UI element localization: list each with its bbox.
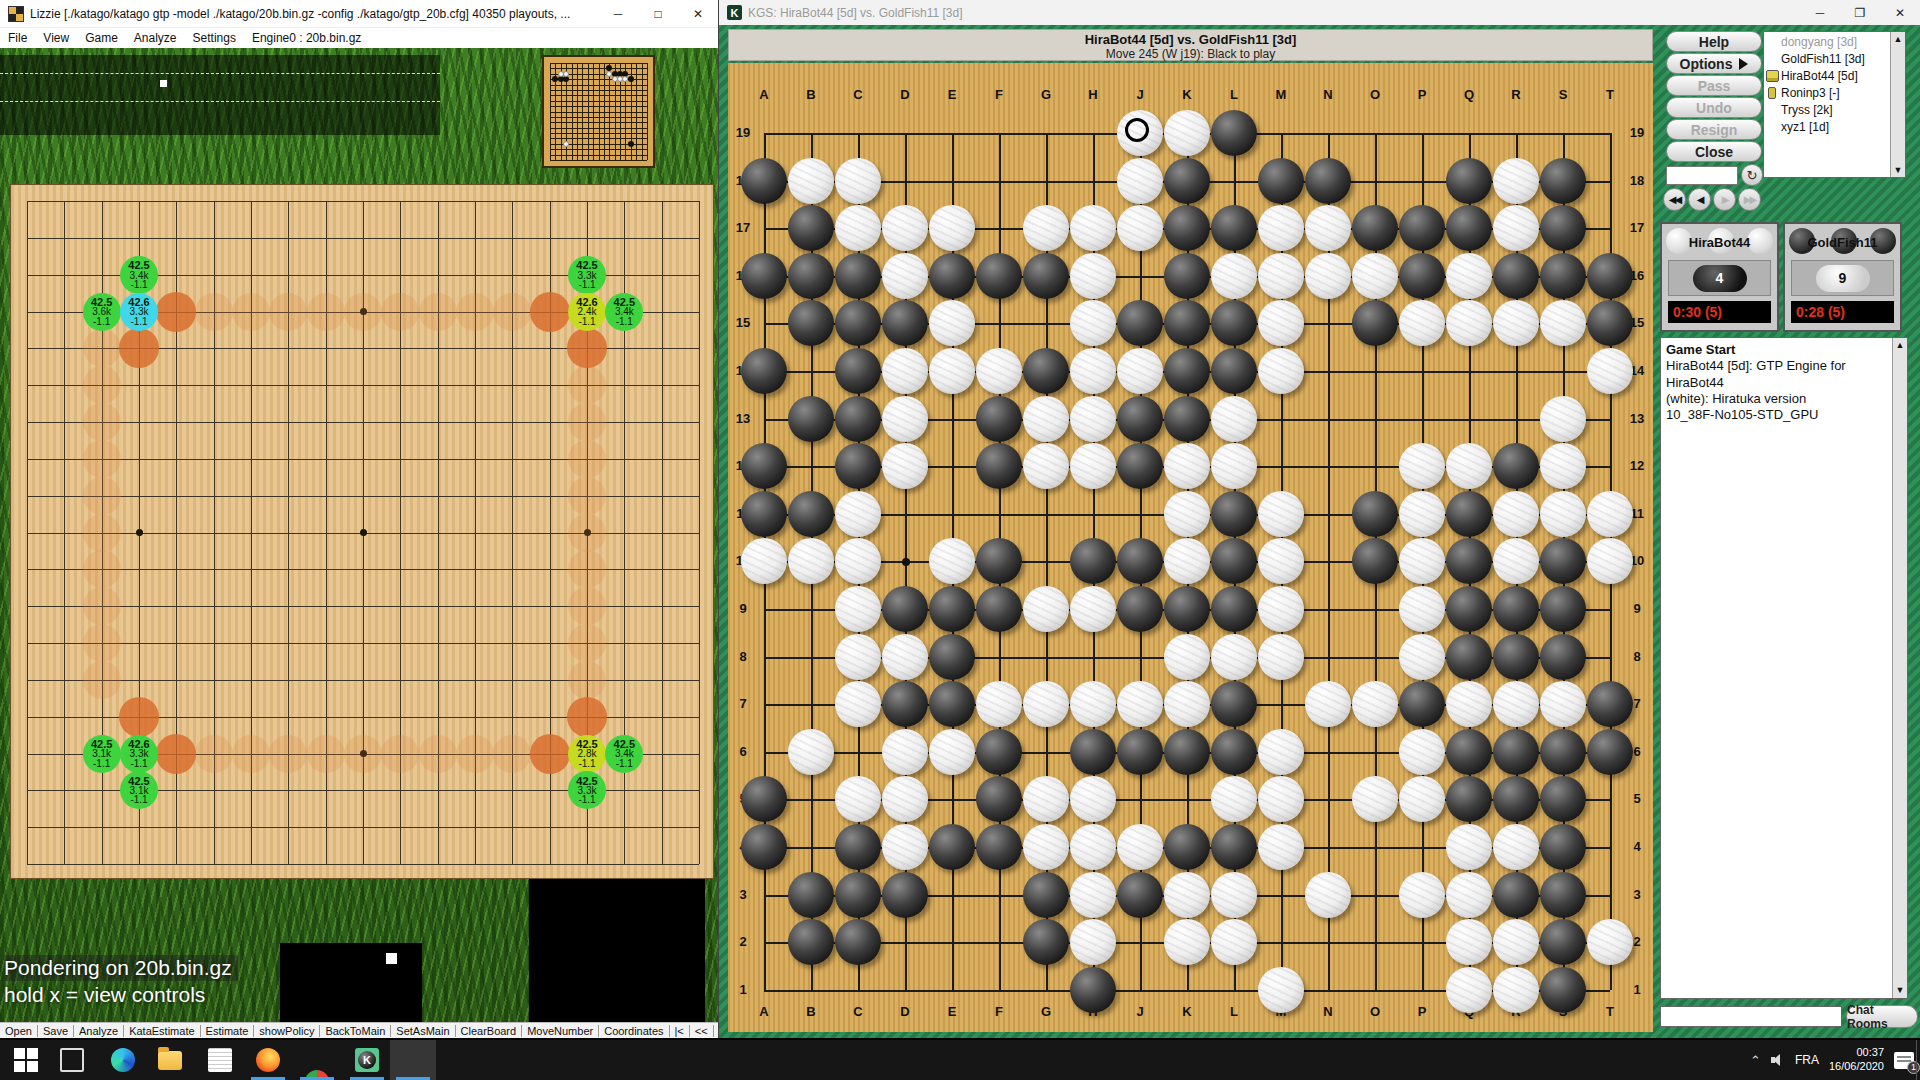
white-stone-G13[interactable]: [1023, 396, 1069, 442]
white-stone-R17[interactable]: [1493, 205, 1539, 251]
kgs-go-board[interactable]: AA1919BB1818CC1717DD1616EE1515FF1414GG13…: [728, 63, 1653, 1032]
calculator-icon[interactable]: [208, 1048, 232, 1072]
movenumber-button[interactable]: MoveNumber: [522, 1025, 599, 1037]
black-stone-C12[interactable]: [835, 443, 881, 489]
white-stone-H14[interactable]: [1070, 348, 1116, 394]
white-stone-H9[interactable]: [1070, 586, 1116, 632]
black-stone-L7[interactable]: [1211, 681, 1257, 727]
black-stone-J13[interactable]: [1117, 396, 1163, 442]
black-stone-J3[interactable]: [1117, 872, 1163, 918]
list-item[interactable]: HiraBot44 [5d]: [1766, 68, 1905, 83]
move-suggestion-D17[interactable]: 42.53.4k-1.1: [120, 256, 158, 294]
white-stone-B6[interactable]: [788, 729, 834, 775]
backtomain-button[interactable]: BackToMain: [320, 1025, 391, 1037]
white-stone-G4[interactable]: [1023, 824, 1069, 870]
help-button[interactable]: Help: [1666, 31, 1762, 52]
white-stone-T10[interactable]: [1587, 538, 1633, 584]
white-stone-K2[interactable]: [1164, 919, 1210, 965]
list-item[interactable]: Roninp3 [-]: [1766, 85, 1905, 100]
white-stone-P11[interactable]: [1399, 491, 1445, 537]
white-stone-K8[interactable]: [1164, 634, 1210, 680]
white-stone-S13[interactable]: [1540, 396, 1586, 442]
white-stone-J19[interactable]: [1117, 110, 1163, 156]
white-stone-K12[interactable]: [1164, 443, 1210, 489]
white-stone-M16[interactable]: [1258, 253, 1304, 299]
black-stone-S5[interactable]: [1540, 776, 1586, 822]
menu-game[interactable]: Game: [77, 31, 126, 45]
white-stone-G17[interactable]: [1023, 205, 1069, 251]
white-stone-K3[interactable]: [1164, 872, 1210, 918]
move-suggestion-D4[interactable]: 42.63.3k-1.1: [120, 735, 158, 773]
show-desktop-button[interactable]: [1916, 1040, 1920, 1080]
volume-icon[interactable]: [1771, 1054, 1785, 1066]
white-stone-M15[interactable]: [1258, 300, 1304, 346]
black-stone-B15[interactable]: [788, 300, 834, 346]
white-stone-S15[interactable]: [1540, 300, 1586, 346]
black-stone-S18[interactable]: [1540, 158, 1586, 204]
black-stone-F13[interactable]: [976, 396, 1022, 442]
black-stone-A5[interactable]: [741, 776, 787, 822]
white-stone-D14[interactable]: [882, 348, 928, 394]
white-stone-L8[interactable]: [1211, 634, 1257, 680]
white-stone-L5[interactable]: [1211, 776, 1257, 822]
white-stone-N7[interactable]: [1305, 681, 1351, 727]
black-stone-J10[interactable]: [1117, 538, 1163, 584]
white-stone-M11[interactable]: [1258, 491, 1304, 537]
black-stone-P16[interactable]: [1399, 253, 1445, 299]
white-stone-P6[interactable]: [1399, 729, 1445, 775]
white-stone-K11[interactable]: [1164, 491, 1210, 537]
white-stone-D17[interactable]: [882, 205, 928, 251]
close-game-button[interactable]: Close: [1666, 141, 1762, 162]
white-stone-T14[interactable]: [1587, 348, 1633, 394]
black-stone-S16[interactable]: [1540, 253, 1586, 299]
white-stone-G5[interactable]: [1023, 776, 1069, 822]
white-stone-K19[interactable]: [1164, 110, 1210, 156]
white-stone-O16[interactable]: [1352, 253, 1398, 299]
black-stone-K13[interactable]: [1164, 396, 1210, 442]
white-stone-H4[interactable]: [1070, 824, 1116, 870]
language-indicator[interactable]: FRA: [1795, 1053, 1819, 1067]
black-stone-M18[interactable]: [1258, 158, 1304, 204]
white-stone-P8[interactable]: [1399, 634, 1445, 680]
black-stone-A11[interactable]: [741, 491, 787, 537]
menu-file[interactable]: File: [0, 31, 35, 45]
white-stone-C17[interactable]: [835, 205, 881, 251]
list-item[interactable]: dongyang [3d]: [1766, 34, 1905, 49]
white-stone-M17[interactable]: [1258, 205, 1304, 251]
black-stone-L10[interactable]: [1211, 538, 1257, 584]
black-stone-D15[interactable]: [882, 300, 928, 346]
white-stone-M5[interactable]: [1258, 776, 1304, 822]
kgs-app-taskbar-icon[interactable]: K: [355, 1048, 379, 1072]
black-stone-A18[interactable]: [741, 158, 787, 204]
black-stone-F9[interactable]: [976, 586, 1022, 632]
scroll-up-icon[interactable]: ▲: [1894, 32, 1903, 46]
file-explorer-icon[interactable]: [158, 1051, 182, 1070]
resign-button[interactable]: Resign: [1666, 119, 1762, 140]
black-stone-A16[interactable]: [741, 253, 787, 299]
black-stone-S1[interactable]: [1540, 967, 1586, 1013]
list-item[interactable]: Tryss [2k]: [1766, 102, 1905, 117]
black-stone-E9[interactable]: [929, 586, 975, 632]
white-stone-H13[interactable]: [1070, 396, 1116, 442]
white-stone-H12[interactable]: [1070, 443, 1116, 489]
white-stone-L2[interactable]: [1211, 919, 1257, 965]
white-stone-G7[interactable]: [1023, 681, 1069, 727]
white-stone-K7[interactable]: [1164, 681, 1210, 727]
edge-browser-icon[interactable]: [111, 1048, 135, 1072]
black-stone-S8[interactable]: [1540, 634, 1586, 680]
black-stone-L6[interactable]: [1211, 729, 1257, 775]
black-stone-P17[interactable]: [1399, 205, 1445, 251]
white-stone-C9[interactable]: [835, 586, 881, 632]
white-stone-C7[interactable]: [835, 681, 881, 727]
black-stone-Q10[interactable]: [1446, 538, 1492, 584]
black-stone-D7[interactable]: [882, 681, 928, 727]
chat-rooms-button[interactable]: Chat Rooms: [1846, 1005, 1918, 1028]
black-stone-T7[interactable]: [1587, 681, 1633, 727]
black-player-name[interactable]: GoldFish11: [1807, 235, 1877, 250]
black-stone-E8[interactable]: [929, 634, 975, 680]
black-stone-L11[interactable]: [1211, 491, 1257, 537]
black-stone-S2[interactable]: [1540, 919, 1586, 965]
white-stone-Q15[interactable]: [1446, 300, 1492, 346]
white-stone-R4[interactable]: [1493, 824, 1539, 870]
black-stone-B2[interactable]: [788, 919, 834, 965]
black-stone-G14[interactable]: [1023, 348, 1069, 394]
white-stone-D5[interactable]: [882, 776, 928, 822]
estimate-button[interactable]: Estimate: [201, 1025, 255, 1037]
white-stone-N16[interactable]: [1305, 253, 1351, 299]
white-stone-E10[interactable]: [929, 538, 975, 584]
black-stone-F6[interactable]: [976, 729, 1022, 775]
black-stone-O11[interactable]: [1352, 491, 1398, 537]
black-stone-B16[interactable]: [788, 253, 834, 299]
black-stone-K6[interactable]: [1164, 729, 1210, 775]
white-stone-R1[interactable]: [1493, 967, 1539, 1013]
white-stone-H5[interactable]: [1070, 776, 1116, 822]
black-stone-K18[interactable]: [1164, 158, 1210, 204]
black-stone-C14[interactable]: [835, 348, 881, 394]
black-stone-N18[interactable]: [1305, 158, 1351, 204]
black-stone-T15[interactable]: [1587, 300, 1633, 346]
white-stone-R7[interactable]: [1493, 681, 1539, 727]
white-stone-M9[interactable]: [1258, 586, 1304, 632]
nav-forward-button[interactable]: ▶: [1713, 188, 1736, 211]
move-suggestion-Q17[interactable]: 42.53.3k-1.1: [568, 256, 606, 294]
black-stone-L15[interactable]: [1211, 300, 1257, 346]
white-stone-N17[interactable]: [1305, 205, 1351, 251]
nav-back10-button[interactable]: <<: [690, 1025, 714, 1037]
black-stone-S4[interactable]: [1540, 824, 1586, 870]
white-stone-J4[interactable]: [1117, 824, 1163, 870]
black-stone-S3[interactable]: [1540, 872, 1586, 918]
black-stone-J9[interactable]: [1117, 586, 1163, 632]
white-stone-D13[interactable]: [882, 396, 928, 442]
black-stone-F4[interactable]: [976, 824, 1022, 870]
white-stone-J14[interactable]: [1117, 348, 1163, 394]
move-suggestion-C16[interactable]: 42.53.6k-1.1: [83, 293, 121, 331]
black-stone-S6[interactable]: [1540, 729, 1586, 775]
kataestimate-button[interactable]: KataEstimate: [124, 1025, 200, 1037]
white-stone-B10[interactable]: [788, 538, 834, 584]
move-suggestion-D16[interactable]: 42.63.3k-1.1: [120, 293, 158, 331]
nav-back-button[interactable]: ◀: [1688, 188, 1711, 211]
black-stone-T16[interactable]: [1587, 253, 1633, 299]
menu-analyze[interactable]: Analyze: [126, 31, 185, 45]
black-stone-K16[interactable]: [1164, 253, 1210, 299]
white-stone-K10[interactable]: [1164, 538, 1210, 584]
white-stone-D8[interactable]: [882, 634, 928, 680]
coordinates-button[interactable]: Coordinates: [599, 1025, 669, 1037]
white-stone-G12[interactable]: [1023, 443, 1069, 489]
black-stone-R8[interactable]: [1493, 634, 1539, 680]
black-stone-E7[interactable]: [929, 681, 975, 727]
black-stone-D9[interactable]: [882, 586, 928, 632]
white-stone-H17[interactable]: [1070, 205, 1116, 251]
tray-expand-icon[interactable]: ⌃: [1750, 1053, 1761, 1068]
white-stone-P3[interactable]: [1399, 872, 1445, 918]
task-view-icon[interactable]: [60, 1048, 84, 1072]
white-stone-E14[interactable]: [929, 348, 975, 394]
white-stone-L16[interactable]: [1211, 253, 1257, 299]
menu-view[interactable]: View: [35, 31, 77, 45]
minimize-icon[interactable]: ─: [598, 0, 638, 27]
white-stone-J17[interactable]: [1117, 205, 1163, 251]
white-stone-T11[interactable]: [1587, 491, 1633, 537]
black-stone-K14[interactable]: [1164, 348, 1210, 394]
white-stone-R18[interactable]: [1493, 158, 1539, 204]
white-stone-E15[interactable]: [929, 300, 975, 346]
black-stone-E16[interactable]: [929, 253, 975, 299]
black-stone-C2[interactable]: [835, 919, 881, 965]
black-stone-R6[interactable]: [1493, 729, 1539, 775]
options-button[interactable]: Options: [1666, 53, 1762, 74]
white-stone-P5[interactable]: [1399, 776, 1445, 822]
scroll-up-icon[interactable]: ▲: [1896, 338, 1905, 353]
white-stone-S11[interactable]: [1540, 491, 1586, 537]
white-stone-H7[interactable]: [1070, 681, 1116, 727]
white-stone-D12[interactable]: [882, 443, 928, 489]
black-stone-Q8[interactable]: [1446, 634, 1492, 680]
black-stone-B13[interactable]: [788, 396, 834, 442]
white-stone-M8[interactable]: [1258, 634, 1304, 680]
lizzie-analysis-board[interactable]: 42.53.4k-1.142.53.6k-1.142.63.3k-1.142.5…: [10, 184, 714, 879]
setasmain-button[interactable]: SetAsMain: [391, 1025, 455, 1037]
black-stone-Q5[interactable]: [1446, 776, 1492, 822]
close-icon[interactable]: ✕: [678, 0, 718, 27]
white-stone-P15[interactable]: [1399, 300, 1445, 346]
black-stone-P7[interactable]: [1399, 681, 1445, 727]
black-stone-B3[interactable]: [788, 872, 834, 918]
black-stone-L14[interactable]: [1211, 348, 1257, 394]
open-button[interactable]: Open: [0, 1025, 38, 1037]
black-stone-F16[interactable]: [976, 253, 1022, 299]
black-stone-C16[interactable]: [835, 253, 881, 299]
black-stone-G3[interactable]: [1023, 872, 1069, 918]
move-suggestion-R4[interactable]: 42.53.4k-1.1: [605, 735, 643, 773]
black-stone-A12[interactable]: [741, 443, 787, 489]
chat-scrollbar[interactable]: ▲ ▼: [1892, 338, 1907, 998]
nav-rewind-all-button[interactable]: ◀◀: [1663, 188, 1686, 211]
white-stone-C8[interactable]: [835, 634, 881, 680]
white-stone-Q3[interactable]: [1446, 872, 1492, 918]
black-stone-Q17[interactable]: [1446, 205, 1492, 251]
black-stone-R5[interactable]: [1493, 776, 1539, 822]
black-stone-R3[interactable]: [1493, 872, 1539, 918]
move-suggestion-Q4[interactable]: 42.52.8k-1.1: [568, 735, 606, 773]
black-stone-Q18[interactable]: [1446, 158, 1492, 204]
white-stone-H15[interactable]: [1070, 300, 1116, 346]
white-stone-L3[interactable]: [1211, 872, 1257, 918]
white-stone-M14[interactable]: [1258, 348, 1304, 394]
black-stone-O15[interactable]: [1352, 300, 1398, 346]
start-button-icon[interactable]: [14, 1048, 38, 1072]
white-stone-Q16[interactable]: [1446, 253, 1492, 299]
clearboard-button[interactable]: ClearBoard: [456, 1025, 523, 1037]
white-stone-M1[interactable]: [1258, 967, 1304, 1013]
white-stone-F14[interactable]: [976, 348, 1022, 394]
black-stone-L4[interactable]: [1211, 824, 1257, 870]
white-stone-Q1[interactable]: [1446, 967, 1492, 1013]
white-stone-M10[interactable]: [1258, 538, 1304, 584]
white-stone-R11[interactable]: [1493, 491, 1539, 537]
white-stone-M4[interactable]: [1258, 824, 1304, 870]
white-stone-P9[interactable]: [1399, 586, 1445, 632]
black-stone-Q11[interactable]: [1446, 491, 1492, 537]
white-stone-G9[interactable]: [1023, 586, 1069, 632]
white-stone-R2[interactable]: [1493, 919, 1539, 965]
nav-forward-all-button[interactable]: ▶▶: [1738, 188, 1761, 211]
black-stone-B11[interactable]: [788, 491, 834, 537]
black-stone-G2[interactable]: [1023, 919, 1069, 965]
white-stone-O5[interactable]: [1352, 776, 1398, 822]
white-stone-O7[interactable]: [1352, 681, 1398, 727]
black-stone-S9[interactable]: [1540, 586, 1586, 632]
black-stone-A14[interactable]: [741, 348, 787, 394]
white-stone-T2[interactable]: [1587, 919, 1633, 965]
menu-settings[interactable]: Settings: [185, 31, 244, 45]
white-stone-E6[interactable]: [929, 729, 975, 775]
white-stone-S12[interactable]: [1540, 443, 1586, 489]
taskbar-clock[interactable]: 00:37 16/06/2020: [1829, 1046, 1884, 1074]
scroll-down-icon[interactable]: ▼: [1896, 983, 1905, 998]
white-stone-B18[interactable]: [788, 158, 834, 204]
black-stone-K15[interactable]: [1164, 300, 1210, 346]
white-stone-R10[interactable]: [1493, 538, 1539, 584]
maximize-icon[interactable]: □: [638, 0, 678, 27]
black-stone-S17[interactable]: [1540, 205, 1586, 251]
white-stone-N3[interactable]: [1305, 872, 1351, 918]
black-stone-R16[interactable]: [1493, 253, 1539, 299]
black-stone-C13[interactable]: [835, 396, 881, 442]
black-stone-R9[interactable]: [1493, 586, 1539, 632]
pass-button[interactable]: Pass: [1666, 75, 1762, 96]
list-item[interactable]: xyz1 [1d]: [1766, 119, 1905, 134]
white-stone-Q12[interactable]: [1446, 443, 1492, 489]
white-stone-Q2[interactable]: [1446, 919, 1492, 965]
black-stone-A4[interactable]: [741, 824, 787, 870]
black-stone-K9[interactable]: [1164, 586, 1210, 632]
white-stone-C10[interactable]: [835, 538, 881, 584]
white-stone-A10[interactable]: [741, 538, 787, 584]
black-stone-F12[interactable]: [976, 443, 1022, 489]
white-stone-R15[interactable]: [1493, 300, 1539, 346]
scroll-down-icon[interactable]: ▼: [1894, 163, 1903, 177]
save-button[interactable]: Save: [38, 1025, 74, 1037]
message-input[interactable]: [1666, 166, 1738, 185]
white-stone-C18[interactable]: [835, 158, 881, 204]
black-stone-R12[interactable]: [1493, 443, 1539, 489]
black-stone-E4[interactable]: [929, 824, 975, 870]
black-stone-L19[interactable]: [1211, 110, 1257, 156]
firefox-icon[interactable]: [256, 1048, 280, 1072]
white-stone-L12[interactable]: [1211, 443, 1257, 489]
userlist-scrollbar[interactable]: ▲ ▼: [1890, 32, 1905, 177]
close-icon[interactable]: ✕: [1880, 0, 1920, 25]
move-suggestion-Q3[interactable]: 42.53.3k-1.1: [568, 771, 606, 809]
white-stone-S7[interactable]: [1540, 681, 1586, 727]
move-suggestion-C4[interactable]: 42.53.1k-1.1: [83, 735, 121, 773]
black-stone-G16[interactable]: [1023, 253, 1069, 299]
white-stone-H2[interactable]: [1070, 919, 1116, 965]
white-stone-Q7[interactable]: [1446, 681, 1492, 727]
chat-input[interactable]: [1660, 1006, 1842, 1027]
black-stone-K4[interactable]: [1164, 824, 1210, 870]
black-stone-D3[interactable]: [882, 872, 928, 918]
black-stone-L17[interactable]: [1211, 205, 1257, 251]
black-stone-H6[interactable]: [1070, 729, 1116, 775]
send-icon[interactable]: ↻: [1741, 164, 1763, 186]
white-stone-C11[interactable]: [835, 491, 881, 537]
black-stone-H10[interactable]: [1070, 538, 1116, 584]
white-stone-E17[interactable]: [929, 205, 975, 251]
move-suggestion-R16[interactable]: 42.53.4k-1.1: [605, 293, 643, 331]
black-stone-C15[interactable]: [835, 300, 881, 346]
white-stone-D4[interactable]: [882, 824, 928, 870]
white-stone-J18[interactable]: [1117, 158, 1163, 204]
showpolicy-button[interactable]: showPolicy: [254, 1025, 320, 1037]
move-suggestion-Q16[interactable]: 42.62.4k-1.1: [568, 293, 606, 331]
black-stone-C4[interactable]: [835, 824, 881, 870]
undo-button[interactable]: Undo: [1666, 97, 1762, 118]
white-stone-C5[interactable]: [835, 776, 881, 822]
notification-icon[interactable]: 1: [1894, 1052, 1914, 1069]
white-stone-H3[interactable]: [1070, 872, 1116, 918]
white-stone-Q4[interactable]: [1446, 824, 1492, 870]
black-stone-Q9[interactable]: [1446, 586, 1492, 632]
list-item[interactable]: GoldFish11 [3d]: [1766, 51, 1905, 66]
black-stone-B17[interactable]: [788, 205, 834, 251]
white-stone-H16[interactable]: [1070, 253, 1116, 299]
white-stone-P12[interactable]: [1399, 443, 1445, 489]
black-stone-K17[interactable]: [1164, 205, 1210, 251]
white-stone-J7[interactable]: [1117, 681, 1163, 727]
white-stone-D16[interactable]: [882, 253, 928, 299]
black-stone-S10[interactable]: [1540, 538, 1586, 584]
black-stone-F5[interactable]: [976, 776, 1022, 822]
black-stone-H1[interactable]: [1070, 967, 1116, 1013]
black-stone-O10[interactable]: [1352, 538, 1398, 584]
black-stone-Q6[interactable]: [1446, 729, 1492, 775]
white-stone-D6[interactable]: [882, 729, 928, 775]
white-player-name[interactable]: HiraBot44: [1689, 235, 1750, 250]
minimize-icon[interactable]: ─: [1800, 0, 1840, 25]
move-suggestion-D3[interactable]: 42.53.1k-1.1: [120, 771, 158, 809]
black-stone-F10[interactable]: [976, 538, 1022, 584]
black-stone-T6[interactable]: [1587, 729, 1633, 775]
